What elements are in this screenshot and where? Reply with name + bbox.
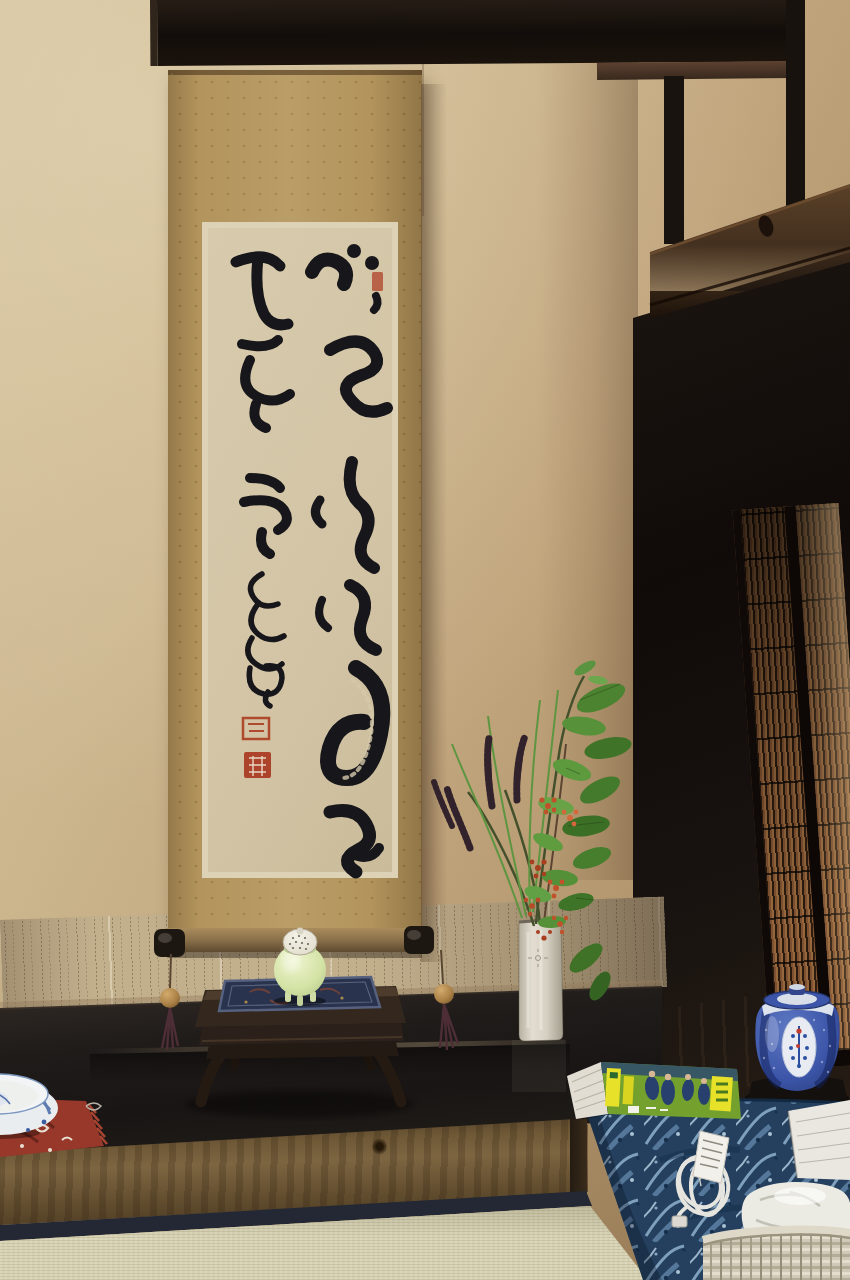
blue-jar (745, 984, 849, 1108)
photo-tokonoma-scene (0, 0, 850, 1280)
scroll-shadow (421, 84, 447, 962)
scene-artwork (0, 0, 850, 1280)
magazine (567, 1062, 741, 1119)
wicker-basket (703, 1230, 850, 1280)
ikebana-vase (512, 919, 566, 1092)
paper-sheet (788, 1100, 850, 1180)
signature (248, 574, 284, 706)
lintel-rail (650, 184, 850, 318)
